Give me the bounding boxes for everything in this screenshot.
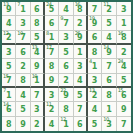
- cell-r4c8[interactable]: 149: [102, 45, 116, 59]
- cell-r4c5[interactable]: 5: [59, 45, 73, 59]
- cell-r7c2[interactable]: 4: [16, 88, 30, 102]
- cell-digit: 3: [63, 34, 69, 42]
- cell-r1c7[interactable]: 7: [88, 2, 102, 16]
- cell-r9c3[interactable]: 2: [31, 117, 45, 131]
- cell-r1c6[interactable]: 168: [74, 2, 88, 16]
- cell-digit: 3: [49, 92, 55, 100]
- cell-r6c3[interactable]: 101: [31, 74, 45, 88]
- cell-digit: 3: [77, 63, 83, 71]
- cage-sum: 16: [75, 2, 80, 7]
- cell-r4c4[interactable]: 177: [45, 45, 59, 59]
- cell-digit: 5: [77, 92, 83, 100]
- cell-r9c9[interactable]: 7: [117, 117, 131, 131]
- cell-r5c8[interactable]: 7: [102, 59, 116, 73]
- cell-r3c7[interactable]: 6: [88, 31, 102, 45]
- cell-digit: 8: [92, 49, 98, 57]
- cell-digit: 1: [6, 92, 12, 100]
- cell-r2c7[interactable]: 199: [88, 16, 102, 30]
- cell-r9c2[interactable]: 9: [16, 117, 30, 131]
- cell-digit: 8: [63, 106, 69, 114]
- cell-r2c5[interactable]: 97: [59, 16, 73, 30]
- cell-digit: 5: [92, 121, 98, 129]
- cage-sum: 9: [60, 16, 63, 21]
- cell-r4c9[interactable]: 2: [117, 45, 131, 59]
- cage-sum: 16: [118, 31, 123, 36]
- cell-digit: 9: [20, 121, 26, 129]
- cell-digit: 8: [49, 63, 55, 71]
- cage-sum: 14: [103, 45, 108, 50]
- cell-r1c5[interactable]: 4: [59, 2, 73, 16]
- killer-sudoku-board: 1397162454168711234386972199511221075813…: [0, 0, 133, 133]
- cell-r7c1[interactable]: 71: [2, 88, 16, 102]
- cell-digit: 1: [77, 49, 83, 57]
- cell-r9c5[interactable]: 121: [59, 117, 73, 131]
- cage-sum: 17: [46, 45, 51, 50]
- cell-r3c8[interactable]: 4: [102, 31, 116, 45]
- cell-r4c1[interactable]: 3: [2, 45, 16, 59]
- cell-digit: 4: [92, 106, 98, 114]
- cage-sum: 13: [3, 2, 8, 7]
- cell-r3c1[interactable]: 122: [2, 31, 16, 45]
- cell-r2c4[interactable]: 6: [45, 16, 59, 30]
- cell-r5c2[interactable]: 2: [16, 59, 30, 73]
- cell-digit: 3: [20, 20, 26, 28]
- cell-digit: 5: [6, 63, 12, 71]
- cell-r8c7[interactable]: 4: [88, 102, 102, 116]
- cell-r9c4[interactable]: 4: [45, 117, 59, 131]
- cell-r9c8[interactable]: 103: [102, 117, 116, 131]
- cell-digit: 2: [34, 121, 40, 129]
- cell-r6c7[interactable]: 3: [88, 74, 102, 88]
- cell-r8c5[interactable]: 8: [59, 102, 73, 116]
- cell-digit: 6: [34, 6, 40, 14]
- cell-digit: 6: [77, 121, 83, 129]
- cell-digit: 1: [49, 34, 55, 42]
- cell-digit: 6: [63, 63, 69, 71]
- cell-digit: 4: [106, 34, 112, 42]
- cell-r8c6[interactable]: 7: [74, 102, 88, 116]
- cell-digit: 4: [63, 6, 69, 14]
- cell-r6c9[interactable]: 5: [117, 74, 131, 88]
- cell-digit: 8: [106, 92, 112, 100]
- cell-digit: 4: [49, 121, 55, 129]
- cell-digit: 5: [121, 77, 127, 85]
- cell-r8c4[interactable]: 112: [45, 102, 59, 116]
- cage-sum: 10: [32, 74, 37, 79]
- cell-r2c3[interactable]: 8: [31, 16, 45, 30]
- cell-digit: 9: [34, 63, 40, 71]
- cell-r8c8[interactable]: 1: [102, 102, 116, 116]
- cell-r1c9[interactable]: 3: [117, 2, 131, 16]
- cage-sum: 4: [89, 59, 92, 64]
- cell-digit: 7: [77, 106, 83, 114]
- cell-r3c5[interactable]: 3: [59, 31, 73, 45]
- cell-digit: 6: [106, 77, 112, 85]
- cell-r4c7[interactable]: 8: [88, 45, 102, 59]
- cage-sum: 8: [46, 31, 49, 36]
- cell-digit: 6: [20, 49, 26, 57]
- cell-r5c4[interactable]: 8: [45, 59, 59, 73]
- cell-digit: 3: [106, 121, 112, 129]
- cage-sum: 12: [3, 31, 8, 36]
- cell-digit: 7: [34, 92, 40, 100]
- cage-sum: 19: [89, 16, 94, 21]
- cell-r3c6[interactable]: 269: [74, 31, 88, 45]
- cell-r5c1[interactable]: 5: [2, 59, 16, 73]
- cell-digit: 8: [34, 20, 40, 28]
- cell-r6c5[interactable]: 2: [59, 74, 73, 88]
- cell-r1c4[interactable]: 245: [45, 2, 59, 16]
- cage-sum: 15: [118, 88, 123, 93]
- cell-r6c1[interactable]: 157: [2, 74, 16, 88]
- cell-r3c2[interactable]: 107: [16, 31, 30, 45]
- cell-digit: 2: [77, 20, 83, 28]
- cell-digit: 5: [106, 20, 112, 28]
- cell-digit: 5: [20, 106, 26, 114]
- cell-digit: 1: [106, 106, 112, 114]
- cell-digit: 1: [92, 63, 98, 71]
- cell-r1c1[interactable]: 139: [2, 2, 16, 16]
- cell-digit: 1: [20, 6, 26, 14]
- cell-r3c9[interactable]: 168: [117, 31, 131, 45]
- cell-r8c1[interactable]: 146: [2, 102, 16, 116]
- cell-r1c3[interactable]: 6: [31, 2, 45, 16]
- cell-digit: 7: [63, 20, 69, 28]
- cell-r2c1[interactable]: 4: [2, 16, 16, 30]
- cell-r3c3[interactable]: 5: [31, 31, 45, 45]
- cell-r4c3[interactable]: 134: [31, 45, 45, 59]
- cell-r8c2[interactable]: 5: [16, 102, 30, 116]
- cell-digit: 9: [121, 106, 127, 114]
- cell-r7c3[interactable]: 7: [31, 88, 45, 102]
- cell-digit: 5: [34, 34, 40, 42]
- cage-sum: 11: [103, 2, 108, 7]
- cell-r6c4[interactable]: 9: [45, 74, 59, 88]
- cage-sum: 13: [89, 88, 94, 93]
- cell-r2c6[interactable]: 2: [74, 16, 88, 30]
- cell-r9c6[interactable]: 6: [74, 117, 88, 131]
- cell-r7c7[interactable]: 132: [88, 88, 102, 102]
- cell-digit: 6: [92, 34, 98, 42]
- cell-digit: 8: [6, 121, 12, 129]
- cell-r2c8[interactable]: 5: [102, 16, 116, 30]
- cell-digit: 2: [63, 77, 69, 85]
- cell-r1c8[interactable]: 112: [102, 2, 116, 16]
- cell-digit: 4: [6, 20, 12, 28]
- cell-r7c5[interactable]: 229: [59, 88, 73, 102]
- cell-r5c5[interactable]: 6: [59, 59, 73, 73]
- cell-digit: 5: [63, 49, 69, 57]
- cell-r5c3[interactable]: 9: [31, 59, 45, 73]
- cage-sum: 13: [32, 45, 37, 50]
- cell-digit: 4: [77, 77, 83, 85]
- cell-digit: 7: [121, 121, 127, 129]
- cell-digit: 1: [63, 121, 69, 129]
- cell-r8c3[interactable]: 3: [31, 102, 45, 116]
- cell-digit: 6: [49, 20, 55, 28]
- cell-digit: 2: [121, 49, 127, 57]
- cell-r2c2[interactable]: 3: [16, 16, 30, 30]
- cage-sum: 11: [46, 102, 51, 107]
- cell-r4c6[interactable]: 1: [74, 45, 88, 59]
- cell-digit: 3: [6, 49, 12, 57]
- cell-r3c4[interactable]: 81: [45, 31, 59, 45]
- cage-sum: 22: [60, 88, 65, 93]
- cage-sum: 15: [3, 74, 8, 79]
- cell-digit: 3: [121, 6, 127, 14]
- cell-r6c2[interactable]: 8: [16, 74, 30, 88]
- cell-r2c9[interactable]: 1: [117, 16, 131, 30]
- cell-r7c6[interactable]: 5: [74, 88, 88, 102]
- cell-r9c7[interactable]: 5: [88, 117, 102, 131]
- cage-sum: 7: [17, 2, 20, 7]
- cage-sum: 12: [60, 117, 65, 122]
- cell-digit: 2: [20, 63, 26, 71]
- cage-sum: 14: [3, 102, 8, 107]
- cage-sum: 7: [3, 88, 6, 93]
- cell-digit: 9: [49, 77, 55, 85]
- cell-r7c9[interactable]: 156: [117, 88, 131, 102]
- cell-r7c8[interactable]: 8: [102, 88, 116, 102]
- cage-sum: 24: [118, 59, 123, 64]
- cell-r5c7[interactable]: 41: [88, 59, 102, 73]
- cell-digit: 1: [121, 20, 127, 28]
- cage-sum: 26: [75, 31, 80, 36]
- cell-r7c4[interactable]: 3: [45, 88, 59, 102]
- cage-sum: 10: [103, 117, 108, 122]
- cell-digit: 8: [20, 77, 26, 85]
- cell-r8c9[interactable]: 9: [117, 102, 131, 116]
- cell-digit: 4: [20, 92, 26, 100]
- cage-sum: 24: [46, 2, 51, 7]
- cell-r1c2[interactable]: 71: [16, 2, 30, 16]
- cell-r9c1[interactable]: 8: [2, 117, 16, 131]
- cell-digit: 7: [92, 6, 98, 14]
- cell-r5c9[interactable]: 244: [117, 59, 131, 73]
- cell-r6c6[interactable]: 4: [74, 74, 88, 88]
- cell-digit: 3: [34, 106, 40, 114]
- cell-digit: 7: [106, 63, 112, 71]
- cell-r4c2[interactable]: 6: [16, 45, 30, 59]
- cell-r6c8[interactable]: 6: [102, 74, 116, 88]
- cell-digit: 3: [92, 77, 98, 85]
- cage-sum: 10: [17, 31, 22, 36]
- cell-r5c6[interactable]: 3: [74, 59, 88, 73]
